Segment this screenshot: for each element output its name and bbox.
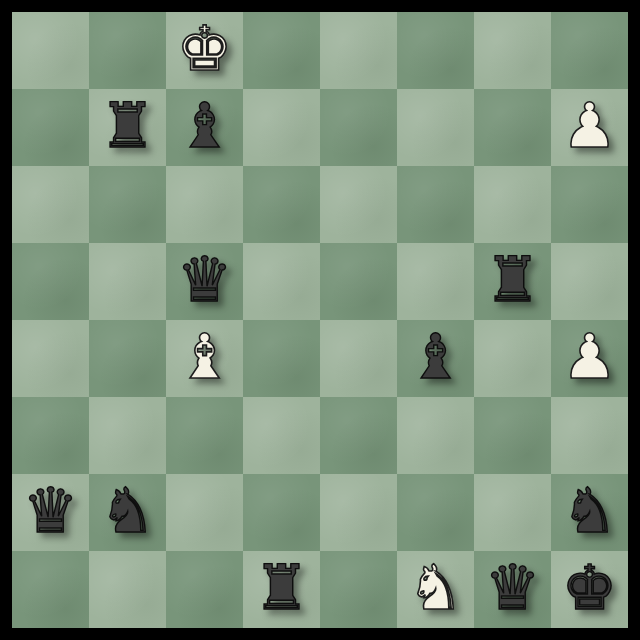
black-rook[interactable]: ♜ xyxy=(485,241,541,318)
square-g1[interactable]: ♛ xyxy=(474,551,551,628)
white-knight[interactable]: ♞ xyxy=(408,549,464,626)
square-e2[interactable] xyxy=(320,474,397,551)
square-b4[interactable] xyxy=(89,320,166,397)
black-bishop[interactable]: ♝ xyxy=(408,318,464,395)
square-b8[interactable] xyxy=(89,12,166,89)
square-f5[interactable] xyxy=(397,243,474,320)
square-g4[interactable] xyxy=(474,320,551,397)
square-e5[interactable] xyxy=(320,243,397,320)
square-b2[interactable]: ♞ xyxy=(89,474,166,551)
black-knight[interactable]: ♞ xyxy=(100,472,156,549)
board-frame: ♚♜♝♟♛♜♝♝♟♛♞♞♜♞♛♚ xyxy=(0,0,640,640)
square-h3[interactable] xyxy=(551,397,628,474)
square-e3[interactable] xyxy=(320,397,397,474)
square-f6[interactable] xyxy=(397,166,474,243)
square-c2[interactable] xyxy=(166,474,243,551)
square-a1[interactable] xyxy=(12,551,89,628)
white-pawn[interactable]: ♟ xyxy=(562,87,618,164)
black-queen[interactable]: ♛ xyxy=(485,549,541,626)
square-h6[interactable] xyxy=(551,166,628,243)
square-b7[interactable]: ♜ xyxy=(89,89,166,166)
square-g6[interactable] xyxy=(474,166,551,243)
chess-board: ♚♜♝♟♛♜♝♝♟♛♞♞♜♞♛♚ xyxy=(12,12,628,628)
square-a3[interactable] xyxy=(12,397,89,474)
square-d1[interactable]: ♜ xyxy=(243,551,320,628)
square-g2[interactable] xyxy=(474,474,551,551)
square-e7[interactable] xyxy=(320,89,397,166)
square-c3[interactable] xyxy=(166,397,243,474)
square-f7[interactable] xyxy=(397,89,474,166)
square-d3[interactable] xyxy=(243,397,320,474)
square-c6[interactable] xyxy=(166,166,243,243)
square-b5[interactable] xyxy=(89,243,166,320)
square-h5[interactable] xyxy=(551,243,628,320)
white-bishop[interactable]: ♝ xyxy=(177,318,233,395)
square-e6[interactable] xyxy=(320,166,397,243)
square-b3[interactable] xyxy=(89,397,166,474)
black-knight[interactable]: ♞ xyxy=(562,472,618,549)
square-a6[interactable] xyxy=(12,166,89,243)
square-c7[interactable]: ♝ xyxy=(166,89,243,166)
square-b1[interactable] xyxy=(89,551,166,628)
square-f4[interactable]: ♝ xyxy=(397,320,474,397)
square-c1[interactable] xyxy=(166,551,243,628)
black-rook[interactable]: ♜ xyxy=(100,87,156,164)
white-king[interactable]: ♚ xyxy=(177,10,233,87)
square-c5[interactable]: ♛ xyxy=(166,243,243,320)
black-rook[interactable]: ♜ xyxy=(254,549,310,626)
square-e4[interactable] xyxy=(320,320,397,397)
square-a5[interactable] xyxy=(12,243,89,320)
square-f8[interactable] xyxy=(397,12,474,89)
square-e8[interactable] xyxy=(320,12,397,89)
square-e1[interactable] xyxy=(320,551,397,628)
square-h2[interactable]: ♞ xyxy=(551,474,628,551)
square-f2[interactable] xyxy=(397,474,474,551)
square-d4[interactable] xyxy=(243,320,320,397)
square-a7[interactable] xyxy=(12,89,89,166)
square-c4[interactable]: ♝ xyxy=(166,320,243,397)
black-queen[interactable]: ♛ xyxy=(177,241,233,318)
square-d5[interactable] xyxy=(243,243,320,320)
square-b6[interactable] xyxy=(89,166,166,243)
square-g3[interactable] xyxy=(474,397,551,474)
square-g8[interactable] xyxy=(474,12,551,89)
square-g5[interactable]: ♜ xyxy=(474,243,551,320)
square-d7[interactable] xyxy=(243,89,320,166)
black-queen[interactable]: ♛ xyxy=(23,472,79,549)
square-d2[interactable] xyxy=(243,474,320,551)
black-king[interactable]: ♚ xyxy=(562,549,618,626)
square-f3[interactable] xyxy=(397,397,474,474)
square-d6[interactable] xyxy=(243,166,320,243)
square-c8[interactable]: ♚ xyxy=(166,12,243,89)
square-a4[interactable] xyxy=(12,320,89,397)
white-pawn[interactable]: ♟ xyxy=(562,318,618,395)
square-f1[interactable]: ♞ xyxy=(397,551,474,628)
square-a2[interactable]: ♛ xyxy=(12,474,89,551)
square-h8[interactable] xyxy=(551,12,628,89)
black-bishop[interactable]: ♝ xyxy=(177,87,233,164)
square-d8[interactable] xyxy=(243,12,320,89)
square-a8[interactable] xyxy=(12,12,89,89)
square-h7[interactable]: ♟ xyxy=(551,89,628,166)
square-h1[interactable]: ♚ xyxy=(551,551,628,628)
square-g7[interactable] xyxy=(474,89,551,166)
square-h4[interactable]: ♟ xyxy=(551,320,628,397)
